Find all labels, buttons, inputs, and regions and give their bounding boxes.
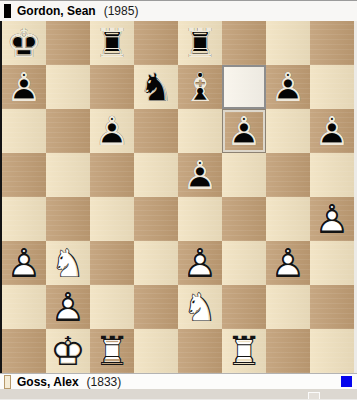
square-h1[interactable]	[310, 329, 354, 373]
black-pawn[interactable]: ♟♙	[266, 65, 310, 109]
white-rook[interactable]: ♜♖	[222, 329, 266, 373]
square-c1[interactable]: ♜♖	[90, 329, 134, 373]
square-e6[interactable]	[178, 109, 222, 153]
square-c4[interactable]	[90, 197, 134, 241]
square-e7[interactable]: ♝♗	[178, 65, 222, 109]
square-d5[interactable]	[134, 153, 178, 197]
black-pawn-outline: ♙	[310, 109, 354, 153]
white-rook-outline: ♖	[90, 329, 134, 373]
square-d7[interactable]: ♞♘	[134, 65, 178, 109]
square-c6[interactable]: ♟♙	[90, 109, 134, 153]
square-d1[interactable]	[134, 329, 178, 373]
square-h6[interactable]: ♟♙	[310, 109, 354, 153]
white-pawn-outline: ♙	[310, 197, 354, 241]
black-rook[interactable]: ♜♖	[178, 21, 222, 65]
square-a6[interactable]	[2, 109, 46, 153]
white-king[interactable]: ♚♔	[46, 329, 90, 373]
square-c7[interactable]	[90, 65, 134, 109]
square-e1[interactable]	[178, 329, 222, 373]
black-knight-outline: ♘	[134, 65, 178, 109]
square-g4[interactable]	[266, 197, 310, 241]
square-e3[interactable]: ♟♙	[178, 241, 222, 285]
square-b2[interactable]: ♟♙	[46, 285, 90, 329]
black-pawn-outline: ♙	[222, 109, 266, 153]
white-knight-outline: ♘	[178, 285, 222, 329]
white-pawn-outline: ♙	[266, 241, 310, 285]
square-d2[interactable]	[134, 285, 178, 329]
black-pawn-outline: ♙	[90, 109, 134, 153]
white-pawn[interactable]: ♟♙	[178, 241, 222, 285]
white-knight-outline: ♘	[46, 241, 90, 285]
white-knight[interactable]: ♞♘	[178, 285, 222, 329]
white-king-outline: ♔	[46, 329, 90, 373]
square-g8[interactable]	[266, 21, 310, 65]
black-pawn[interactable]: ♟♙	[222, 109, 266, 153]
white-player-name: Goss, Alex	[17, 375, 79, 389]
chess-board: ♚♔♜♖♜♖♟♙♞♘♝♗♟♙♟♙♟♙♟♙♟♙♟♙♟♙♞♘♟♙♟♙♟♙♞♘♚♔♜♖…	[0, 21, 354, 373]
square-g7[interactable]: ♟♙	[266, 65, 310, 109]
black-pawn[interactable]: ♟♙	[310, 109, 354, 153]
square-e2[interactable]: ♞♘	[178, 285, 222, 329]
black-pawn-outline: ♙	[266, 65, 310, 109]
black-color-icon	[4, 4, 11, 18]
black-pawn[interactable]: ♟♙	[178, 153, 222, 197]
square-b5[interactable]	[46, 153, 90, 197]
black-pawn-outline: ♙	[2, 65, 46, 109]
black-player-bar: Gordon, Sean (1985)	[0, 0, 357, 21]
black-pawn[interactable]: ♟♙	[90, 109, 134, 153]
square-b8[interactable]	[46, 21, 90, 65]
black-rook-outline: ♖	[90, 21, 134, 65]
partial-widget-outline	[308, 392, 320, 399]
square-a1[interactable]	[2, 329, 46, 373]
white-pawn-outline: ♙	[2, 241, 46, 285]
square-c3[interactable]	[90, 241, 134, 285]
bottom-strip	[0, 389, 357, 399]
white-pawn-outline: ♙	[46, 285, 90, 329]
white-pawn[interactable]: ♟♙	[2, 241, 46, 285]
square-d3[interactable]	[134, 241, 178, 285]
square-a8[interactable]: ♚♔	[2, 21, 46, 65]
chess-app-window: Gordon, Sean (1985) ♚♔♜♖♜♖♟♙♞♘♝♗♟♙♟♙♟♙♟♙…	[0, 0, 357, 400]
square-f1[interactable]: ♜♖	[222, 329, 266, 373]
white-rook-outline: ♖	[222, 329, 266, 373]
black-king[interactable]: ♚♔	[2, 21, 46, 65]
square-a2[interactable]	[2, 285, 46, 329]
square-h4[interactable]: ♟♙	[310, 197, 354, 241]
white-pawn[interactable]: ♟♙	[310, 197, 354, 241]
square-g5[interactable]	[266, 153, 310, 197]
black-knight[interactable]: ♞♘	[134, 65, 178, 109]
square-b6[interactable]	[46, 109, 90, 153]
white-color-icon	[4, 375, 11, 389]
square-f8[interactable]	[222, 21, 266, 65]
square-c8[interactable]: ♜♖	[90, 21, 134, 65]
square-e4[interactable]	[178, 197, 222, 241]
square-e5[interactable]: ♟♙	[178, 153, 222, 197]
square-b4[interactable]	[46, 197, 90, 241]
square-f6[interactable]: ♟♙	[222, 109, 266, 153]
square-g3[interactable]: ♟♙	[266, 241, 310, 285]
white-knight[interactable]: ♞♘	[46, 241, 90, 285]
square-b3[interactable]: ♞♘	[46, 241, 90, 285]
square-h2[interactable]	[310, 285, 354, 329]
square-a7[interactable]: ♟♙	[2, 65, 46, 109]
square-a3[interactable]: ♟♙	[2, 241, 46, 285]
black-player-name: Gordon, Sean	[17, 4, 96, 18]
white-player-rating: (1833)	[87, 375, 122, 389]
black-player-rating: (1985)	[104, 4, 139, 18]
square-d8[interactable]	[134, 21, 178, 65]
square-g2[interactable]	[266, 285, 310, 329]
black-king-outline: ♔	[2, 21, 46, 65]
square-b1[interactable]: ♚♔	[46, 329, 90, 373]
white-pawn[interactable]: ♟♙	[266, 241, 310, 285]
black-pawn-outline: ♙	[178, 153, 222, 197]
square-d4[interactable]	[134, 197, 178, 241]
side-to-move-indicator	[341, 376, 352, 387]
black-bishop-outline: ♗	[178, 65, 222, 109]
square-h3[interactable]	[310, 241, 354, 285]
square-b7[interactable]	[46, 65, 90, 109]
black-rook-outline: ♖	[178, 21, 222, 65]
square-a4[interactable]	[2, 197, 46, 241]
square-f4[interactable]	[222, 197, 266, 241]
square-d6[interactable]	[134, 109, 178, 153]
square-g6[interactable]	[266, 109, 310, 153]
square-h5[interactable]	[310, 153, 354, 197]
white-player-bar: Goss, Alex (1833)	[0, 373, 357, 389]
black-bishop[interactable]: ♝♗	[178, 65, 222, 109]
white-rook[interactable]: ♜♖	[90, 329, 134, 373]
square-c5[interactable]	[90, 153, 134, 197]
square-h8[interactable]	[310, 21, 354, 65]
square-f2[interactable]	[222, 285, 266, 329]
square-f7[interactable]	[222, 65, 266, 109]
square-c2[interactable]	[90, 285, 134, 329]
square-f3[interactable]	[222, 241, 266, 285]
square-a5[interactable]	[2, 153, 46, 197]
square-e8[interactable]: ♜♖	[178, 21, 222, 65]
black-rook[interactable]: ♜♖	[90, 21, 134, 65]
square-g1[interactable]	[266, 329, 310, 373]
square-f5[interactable]	[222, 153, 266, 197]
square-h7[interactable]	[310, 65, 354, 109]
white-pawn-outline: ♙	[178, 241, 222, 285]
white-pawn[interactable]: ♟♙	[46, 285, 90, 329]
black-pawn[interactable]: ♟♙	[2, 65, 46, 109]
